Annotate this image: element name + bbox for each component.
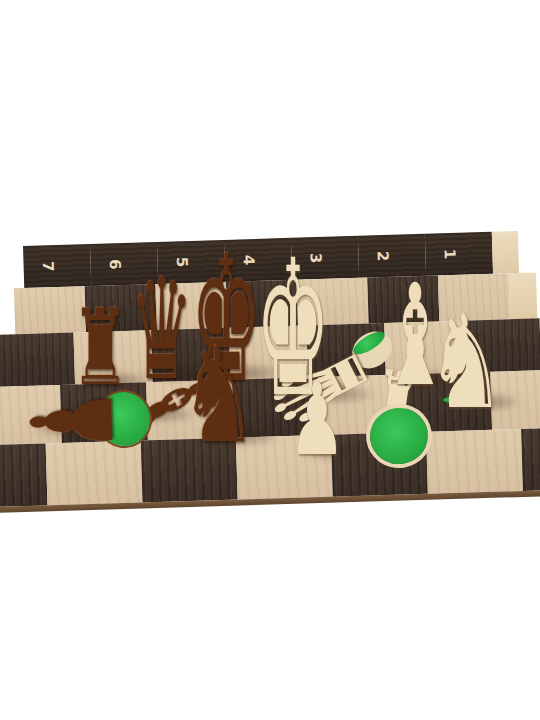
dark-square [60, 382, 148, 443]
rank-label: 4 [240, 255, 258, 266]
dark-square [462, 318, 540, 372]
chess-board: 7654321 [0, 230, 540, 506]
rail-cell-rank-1: 1 [425, 232, 493, 276]
dark-square [226, 280, 298, 328]
dark-square [232, 377, 320, 438]
dark-square [141, 438, 238, 503]
dark-square [404, 372, 492, 433]
rank-label: 1 [441, 249, 459, 260]
light-square [229, 325, 308, 379]
light-square [236, 435, 333, 500]
rank-label: 2 [374, 251, 392, 262]
light-square [384, 321, 463, 375]
dark-square [307, 323, 386, 377]
dark-square [0, 443, 47, 508]
light-square [146, 380, 234, 441]
board-squares-and-rail: 7654321 [0, 230, 540, 506]
rail-cell-rank-7: 7 [23, 244, 91, 288]
rail-cell-rank-2: 2 [358, 234, 426, 278]
dark-square [367, 275, 439, 323]
light-square [490, 369, 540, 430]
light-square [318, 374, 406, 435]
rail-cell-rank-4: 4 [224, 238, 292, 282]
board-cream-frame [509, 272, 538, 319]
rank-label: 5 [173, 257, 191, 268]
light-square [155, 282, 227, 330]
rail-cell-rank-6: 6 [90, 242, 158, 286]
light-square [426, 429, 523, 494]
rank-label: 3 [307, 253, 325, 264]
rail-cell-rank-3: 3 [291, 236, 359, 280]
light-square [0, 385, 62, 446]
product-photo-scene: 7654321 ♜♛♚♞♟♝♚♝♞♟♛♜ [0, 0, 540, 720]
dark-square [521, 426, 540, 491]
light-square [297, 278, 369, 326]
rail-cell-rank-5: 5 [157, 240, 225, 284]
rank-label: 6 [106, 259, 124, 270]
light-square [14, 286, 86, 334]
rank-label: 7 [39, 261, 57, 272]
light-square [438, 273, 510, 321]
dark-square [0, 333, 75, 387]
dark-square [151, 328, 230, 382]
light-square [73, 330, 152, 384]
dark-square [331, 432, 428, 497]
board-cream-frame [492, 231, 519, 274]
light-square [46, 441, 143, 506]
dark-square [85, 284, 157, 332]
